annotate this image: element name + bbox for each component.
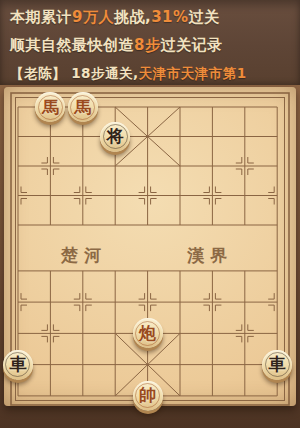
stat-line-record: 顺其自然最快创造8步过关记录 — [0, 36, 300, 55]
stat-segment-cream: 顺其自然最快创造 — [10, 36, 134, 54]
stat-segment-orange: 31% — [151, 8, 188, 26]
piece-char: 将 — [107, 128, 124, 145]
stat-line-player-rank: 【老陈】 18步通关,天津市天津市第1 — [0, 65, 300, 83]
piece-char: 帥 — [139, 387, 156, 404]
piece-layer: 馬馬将炮車車帥 — [2, 92, 294, 411]
piece-black-将[interactable]: 将 — [100, 122, 130, 152]
piece-black-車[interactable]: 車 — [3, 350, 33, 380]
xiangqi-board[interactable]: 楚河 漢界 馬馬将炮車車帥 — [0, 85, 300, 428]
piece-red-炮[interactable]: 炮 — [133, 318, 163, 348]
piece-red-馬[interactable]: 馬 — [68, 92, 98, 122]
piece-char: 車 — [9, 356, 26, 373]
stat-segment-cream: 过关记录 — [160, 36, 222, 54]
stat-segment-orange: 天津市天津市第1 — [139, 65, 247, 81]
piece-char: 炮 — [139, 325, 156, 342]
piece-black-車[interactable]: 車 — [262, 350, 292, 380]
piece-red-馬[interactable]: 馬 — [35, 92, 65, 122]
stat-segment-orange: 9万人 — [72, 8, 114, 26]
stat-segment-cream: 挑战, — [114, 8, 151, 26]
piece-char: 馬 — [74, 99, 91, 116]
piece-char: 馬 — [42, 99, 59, 116]
piece-red-帥[interactable]: 帥 — [133, 381, 163, 411]
stat-line-challenge: 本期累计9万人挑战,31%过关 — [0, 0, 300, 27]
stat-segment-orange: 8步 — [134, 36, 160, 54]
stat-segment-cream: 过关 — [189, 8, 220, 26]
stats-header: 本期累计9万人挑战,31%过关 顺其自然最快创造8步过关记录 【老陈】 18步通… — [0, 0, 300, 85]
piece-char: 車 — [269, 356, 286, 373]
stat-segment-cream: 本期累计 — [10, 8, 72, 26]
stat-segment-cream: 【老陈】 18步通关, — [10, 65, 139, 81]
